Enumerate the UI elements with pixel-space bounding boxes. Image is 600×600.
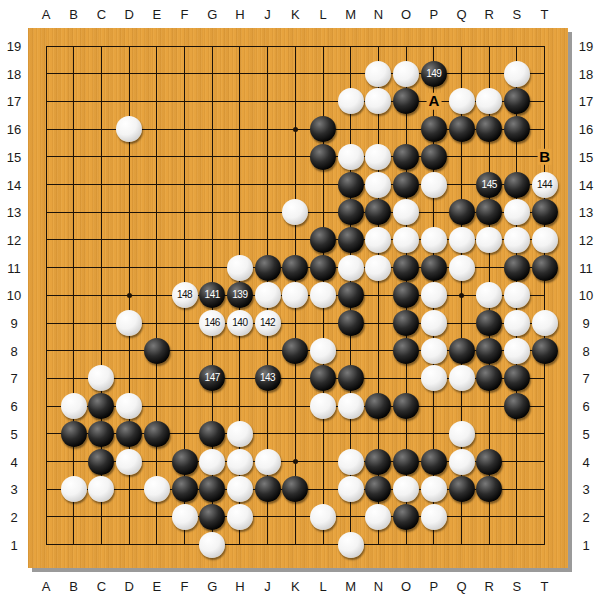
white-stone: 146 [199,310,225,336]
black-stone [282,255,308,281]
white-stone [421,172,447,198]
black-stone [338,310,364,336]
black-stone [421,255,447,281]
black-stone [255,255,281,281]
white-stone [116,449,142,475]
white-stone [449,88,475,114]
black-stone [338,227,364,253]
white-stone [116,310,142,336]
coord-label-bottom-H: H [235,579,244,594]
black-stone [476,476,502,502]
white-stone [199,449,225,475]
coord-label-bottom-E: E [152,579,161,594]
coord-label-bottom-J: J [264,579,271,594]
white-stone [421,227,447,253]
black-stone [282,338,308,364]
move-number: 146 [205,318,220,328]
black-stone [199,476,225,502]
coord-label-left-16: 16 [7,122,21,137]
black-stone [421,449,447,475]
black-stone [199,421,225,447]
white-stone [476,282,502,308]
coord-label-bottom-P: P [429,579,438,594]
white-stone [421,310,447,336]
coord-label-top-G: G [207,7,217,22]
coord-label-left-5: 5 [10,426,17,441]
coord-label-right-14: 14 [579,177,593,192]
black-stone [532,255,558,281]
black-stone [393,88,419,114]
coord-label-right-2: 2 [582,509,589,524]
white-stone [338,449,364,475]
white-stone [227,476,253,502]
black-stone [393,310,419,336]
white-stone [421,365,447,391]
white-stone [227,255,253,281]
black-stone [338,365,364,391]
coord-label-top-S: S [513,7,522,22]
white-stone [504,199,530,225]
white-stone [421,338,447,364]
black-stone [504,393,530,419]
coord-label-top-D: D [124,7,133,22]
white-stone [88,476,114,502]
black-stone [449,338,475,364]
black-stone [504,88,530,114]
coord-label-bottom-L: L [319,579,326,594]
coord-label-right-15: 15 [579,149,593,164]
white-stone [338,88,364,114]
black-stone [88,449,114,475]
coord-label-left-6: 6 [10,399,17,414]
white-stone [365,172,391,198]
coord-label-top-A: A [42,7,51,22]
black-stone [88,421,114,447]
coord-label-right-12: 12 [579,232,593,247]
move-number: 149 [426,69,441,79]
white-stone [255,449,281,475]
coord-label-right-5: 5 [582,426,589,441]
white-stone [338,476,364,502]
star-point [127,293,132,298]
coord-label-bottom-A: A [42,579,51,594]
black-stone [421,116,447,142]
black-stone [393,504,419,530]
coord-label-right-6: 6 [582,399,589,414]
black-stone: 141 [199,282,225,308]
coord-label-top-P: P [429,7,438,22]
black-stone [116,421,142,447]
white-stone [449,421,475,447]
black-stone [365,199,391,225]
coord-label-top-K: K [291,7,300,22]
white-stone [365,227,391,253]
coord-label-left-4: 4 [10,454,17,469]
white-stone [116,116,142,142]
coord-label-top-Q: Q [456,7,466,22]
coord-label-left-3: 3 [10,482,17,497]
white-stone [393,227,419,253]
black-stone: 143 [255,365,281,391]
coord-label-top-H: H [235,7,244,22]
white-stone [504,282,530,308]
black-stone [476,338,502,364]
black-stone [172,476,198,502]
white-stone [227,504,253,530]
white-stone [504,338,530,364]
black-stone [504,365,530,391]
grid-line [544,46,545,546]
coord-label-right-17: 17 [579,94,593,109]
black-stone [338,282,364,308]
coord-label-left-14: 14 [7,177,21,192]
coord-label-bottom-M: M [345,579,356,594]
coord-label-bottom-R: R [484,579,493,594]
black-stone [88,393,114,419]
move-number: 140 [232,318,247,328]
black-stone [282,476,308,502]
white-stone [365,61,391,87]
coord-label-right-9: 9 [582,316,589,331]
coord-label-left-2: 2 [10,509,17,524]
black-stone [421,144,447,170]
coord-label-left-18: 18 [7,66,21,81]
coord-label-bottom-D: D [124,579,133,594]
coord-label-left-7: 7 [10,371,17,386]
coord-label-left-11: 11 [7,260,21,275]
white-stone [393,61,419,87]
black-stone [504,172,530,198]
white-stone [393,199,419,225]
star-point [293,127,298,132]
grid-line [46,544,546,545]
white-stone [338,255,364,281]
white-stone [365,255,391,281]
move-number: 139 [232,290,247,300]
white-stone [116,393,142,419]
black-stone [144,338,170,364]
point-label-B: B [537,149,552,166]
coord-label-top-C: C [97,7,106,22]
black-stone [172,449,198,475]
black-stone [255,476,281,502]
white-stone [476,227,502,253]
black-stone [393,172,419,198]
white-stone [449,449,475,475]
white-stone [476,88,502,114]
coord-label-bottom-T: T [541,579,549,594]
black-stone: 139 [227,282,253,308]
move-number: 148 [177,290,192,300]
move-number: 145 [482,180,497,190]
coord-label-left-10: 10 [7,288,21,303]
white-stone [61,393,87,419]
white-stone [504,61,530,87]
coord-label-bottom-K: K [291,579,300,594]
white-stone [449,255,475,281]
coord-label-bottom-G: G [207,579,217,594]
coord-label-bottom-B: B [69,579,78,594]
black-stone [504,116,530,142]
white-stone [282,199,308,225]
white-stone [282,282,308,308]
coord-label-bottom-C: C [97,579,106,594]
go-board-diagram: 149145144148141139146140142147143 ABAABB… [0,0,600,600]
black-stone [310,227,336,253]
black-stone [532,338,558,364]
white-stone [338,532,364,558]
black-stone [393,449,419,475]
black-stone: 147 [199,365,225,391]
coord-label-right-16: 16 [579,122,593,137]
white-stone [532,227,558,253]
black-stone [310,365,336,391]
star-point [293,459,298,464]
white-stone [227,421,253,447]
white-stone [310,338,336,364]
black-stone [532,199,558,225]
black-stone [476,199,502,225]
coord-label-right-8: 8 [582,343,589,358]
black-stone [393,144,419,170]
white-stone [365,144,391,170]
black-stone [144,421,170,447]
black-stone [365,393,391,419]
white-stone [338,393,364,419]
white-stone [172,504,198,530]
black-stone [476,310,502,336]
black-stone [476,116,502,142]
move-number: 143 [260,373,275,383]
white-stone [255,282,281,308]
white-stone [310,393,336,419]
white-stone [449,365,475,391]
white-stone [532,310,558,336]
coord-label-top-R: R [484,7,493,22]
black-stone [449,476,475,502]
black-stone [310,255,336,281]
white-stone [61,476,87,502]
point-label-A: A [426,93,441,110]
white-stone [310,282,336,308]
coord-label-bottom-Q: Q [456,579,466,594]
black-stone [365,449,391,475]
white-stone [504,310,530,336]
coord-label-right-19: 19 [579,39,593,54]
black-stone [365,476,391,502]
coord-label-left-19: 19 [7,39,21,54]
white-stone [365,88,391,114]
black-stone [393,255,419,281]
white-stone [421,476,447,502]
white-stone [144,476,170,502]
black-stone [61,421,87,447]
coord-label-right-7: 7 [582,371,589,386]
white-stone [310,504,336,530]
coord-label-right-4: 4 [582,454,589,469]
coord-label-bottom-N: N [374,579,383,594]
move-number: 144 [537,180,552,190]
coord-label-left-12: 12 [7,232,21,247]
white-stone [449,227,475,253]
white-stone: 142 [255,310,281,336]
coord-label-right-11: 11 [579,260,593,275]
coord-label-top-T: T [541,7,549,22]
coord-label-left-8: 8 [10,343,17,358]
black-stone [449,116,475,142]
white-stone: 148 [172,282,198,308]
black-stone [310,116,336,142]
coord-label-bottom-F: F [181,579,189,594]
black-stone: 145 [476,172,502,198]
white-stone [199,532,225,558]
coord-label-top-O: O [401,7,411,22]
coord-label-right-3: 3 [582,482,589,497]
white-stone [421,282,447,308]
black-stone [338,199,364,225]
coord-label-top-L: L [319,7,326,22]
white-stone [504,227,530,253]
white-stone [338,144,364,170]
coord-label-top-J: J [264,7,271,22]
coord-label-left-1: 1 [10,537,17,552]
white-stone: 140 [227,310,253,336]
goban[interactable]: 149145144148141139146140142147143 [28,28,568,568]
move-number: 142 [260,318,275,328]
coord-label-left-13: 13 [7,205,21,220]
coord-label-left-17: 17 [7,94,21,109]
white-stone [393,476,419,502]
black-stone [338,172,364,198]
black-stone [393,338,419,364]
white-stone [88,365,114,391]
grid-line [46,516,546,517]
black-stone [476,449,502,475]
white-stone [227,449,253,475]
black-stone [393,282,419,308]
coord-label-right-13: 13 [579,205,593,220]
star-point [459,293,464,298]
black-stone [504,255,530,281]
coord-label-left-15: 15 [7,149,21,164]
white-stone [421,504,447,530]
coord-label-top-N: N [374,7,383,22]
black-stone [199,504,225,530]
coord-label-right-1: 1 [582,537,589,552]
coord-label-right-18: 18 [579,66,593,81]
white-stone [365,504,391,530]
move-number: 147 [205,373,220,383]
black-stone [476,365,502,391]
coord-label-bottom-O: O [401,579,411,594]
coord-label-right-10: 10 [579,288,593,303]
coord-label-bottom-S: S [513,579,522,594]
black-stone [393,393,419,419]
black-stone: 149 [421,61,447,87]
black-stone [310,144,336,170]
white-stone: 144 [532,172,558,198]
coord-label-top-F: F [181,7,189,22]
coord-label-top-E: E [152,7,161,22]
coord-label-left-9: 9 [10,316,17,331]
move-number: 141 [205,290,220,300]
coord-label-top-B: B [69,7,78,22]
black-stone [449,199,475,225]
coord-label-top-M: M [345,7,356,22]
